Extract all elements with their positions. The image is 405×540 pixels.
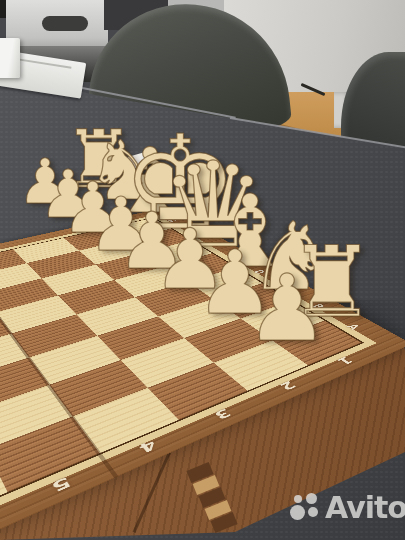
rank-label-1: 1	[334, 355, 357, 367]
avito-logo-circle	[308, 507, 318, 517]
avito-logo-circle	[294, 495, 302, 503]
avito-logo-circle	[290, 505, 305, 520]
piece-a2-pawn: ♟	[246, 268, 328, 351]
rank-label-4: 4	[135, 437, 160, 456]
avito-watermark: Avito	[289, 490, 405, 525]
watermark-text: Avito	[325, 490, 405, 525]
small-white-box	[0, 38, 20, 78]
avito-logo-circle	[306, 493, 317, 504]
printer-tray-slot	[42, 16, 88, 31]
avito-logo-icon	[289, 492, 323, 524]
photo-scene: 87654321HGFEDCBA ♜♞♝♚♛♝♞♜♟♟♟♟♟♟♟♟ Avito	[0, 0, 405, 540]
rank-label-3: 3	[211, 406, 235, 422]
rank-label-2: 2	[276, 379, 299, 393]
rank-label-5: 5	[48, 474, 74, 496]
